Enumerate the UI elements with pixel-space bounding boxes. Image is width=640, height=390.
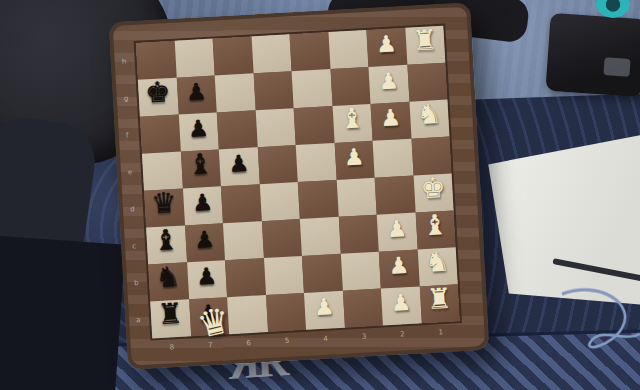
square-d8: ♛ xyxy=(144,189,185,228)
square-h2: ♟ xyxy=(366,28,407,67)
square-f4 xyxy=(294,106,335,145)
white-pawn-piece: ♟ xyxy=(376,32,398,56)
file-label-c: c xyxy=(131,228,137,265)
square-e3: ♟ xyxy=(334,141,375,180)
white-rook-piece: ♜ xyxy=(411,26,438,55)
square-b3 xyxy=(340,252,381,291)
black-pawn-piece: ♟ xyxy=(196,265,218,289)
square-d4 xyxy=(298,180,339,219)
square-b2: ♟ xyxy=(379,249,420,288)
square-g7: ♟ xyxy=(176,76,217,115)
square-f2: ♟ xyxy=(371,102,412,141)
square-g8: ♚ xyxy=(138,78,179,117)
rank-label-2: 2 xyxy=(383,329,421,339)
rank-label-4: 4 xyxy=(306,334,344,344)
file-label-a: a xyxy=(135,302,141,339)
square-a2: ♟ xyxy=(381,286,422,325)
square-d5 xyxy=(259,182,300,221)
rank-label-6: 6 xyxy=(229,338,267,348)
square-b1: ♞ xyxy=(417,247,458,286)
black-pawn-piece: ♟ xyxy=(187,117,209,141)
square-b8: ♞ xyxy=(148,262,189,301)
white-pawn-piece: ♟ xyxy=(386,217,408,241)
square-a4: ♟ xyxy=(304,291,345,330)
black-pawn-piece: ♟ xyxy=(228,152,250,176)
square-h1: ♜ xyxy=(405,26,446,65)
black-pawn-piece: ♟ xyxy=(185,80,207,104)
square-d6 xyxy=(221,184,262,223)
dark-floor-shadow xyxy=(0,236,125,390)
square-e1 xyxy=(411,137,452,176)
white-bishop-piece: ♝ xyxy=(339,104,366,133)
square-b4 xyxy=(302,254,343,293)
square-c2: ♟ xyxy=(377,213,418,252)
square-d3 xyxy=(336,178,377,217)
square-f5 xyxy=(255,108,296,147)
square-g2: ♟ xyxy=(368,65,409,104)
chess-clock-button xyxy=(603,57,630,77)
square-a6 xyxy=(227,295,268,334)
square-g3 xyxy=(330,67,371,106)
white-king-piece: ♚ xyxy=(420,173,447,202)
rank-label-5: 5 xyxy=(268,336,306,346)
white-pawn-piece: ♟ xyxy=(313,295,335,319)
square-f1: ♞ xyxy=(409,100,450,139)
black-king-piece: ♚ xyxy=(144,78,171,107)
black-knight-piece: ♞ xyxy=(155,262,182,291)
square-c6 xyxy=(223,221,264,260)
white-rook-piece: ♜ xyxy=(426,284,453,313)
file-label-f: f xyxy=(125,117,130,154)
square-b5 xyxy=(263,256,304,295)
square-d7: ♟ xyxy=(182,186,223,225)
square-e4 xyxy=(296,143,337,182)
black-rook-piece: ♜ xyxy=(157,299,184,328)
square-h8 xyxy=(136,41,177,80)
black-queen-piece: ♛ xyxy=(151,188,178,217)
square-g1 xyxy=(407,63,448,102)
blue-wire xyxy=(556,282,640,362)
white-pawn-piece: ♟ xyxy=(380,106,402,130)
black-bishop-piece: ♝ xyxy=(153,225,180,254)
white-knight-piece: ♞ xyxy=(424,247,451,276)
white-pawn-piece: ♟ xyxy=(343,145,365,169)
square-a8: ♜ xyxy=(150,299,191,338)
square-h3 xyxy=(328,30,369,69)
square-h5 xyxy=(251,34,292,73)
square-f6 xyxy=(217,110,258,149)
square-a1: ♜ xyxy=(419,284,460,323)
file-label-g: g xyxy=(123,80,130,117)
square-c5 xyxy=(261,219,302,258)
square-f7: ♟ xyxy=(178,112,219,151)
white-pawn-piece: ♟ xyxy=(388,254,410,278)
rank-label-8: 8 xyxy=(153,342,191,352)
square-g4 xyxy=(292,69,333,108)
file-label-d: d xyxy=(129,191,136,228)
square-a3 xyxy=(342,289,383,328)
square-c7: ♟ xyxy=(185,223,226,262)
square-e2 xyxy=(373,139,414,178)
white-knight-piece: ♞ xyxy=(416,99,443,128)
board-grid: ♟♜♚♟♟♟♝♟♞♝♟♟♛♟♚♝♟♟♝♞♟♟♞♜♟♟♟♜ xyxy=(136,26,460,339)
file-label-e: e xyxy=(127,154,133,191)
black-pawn-piece: ♟ xyxy=(192,191,214,215)
white-pawn-piece: ♟ xyxy=(390,291,412,315)
square-c3 xyxy=(338,215,379,254)
square-h4 xyxy=(290,32,331,71)
square-c1: ♝ xyxy=(415,210,456,249)
square-g6 xyxy=(215,73,256,112)
chess-board: ♟♜♚♟♟♟♝♟♞♝♟♟♛♟♚♝♟♟♝♞♟♟♞♜♟♟♟♜ 87654321 hg… xyxy=(109,2,490,370)
square-f3: ♝ xyxy=(332,104,373,143)
rank-label-3: 3 xyxy=(345,332,383,342)
black-bishop-piece: ♝ xyxy=(187,149,214,178)
white-bishop-piece: ♝ xyxy=(422,210,449,239)
square-d2 xyxy=(375,176,416,215)
square-h6 xyxy=(213,36,254,75)
rank-label-1: 1 xyxy=(422,327,460,337)
square-e7: ♝ xyxy=(180,149,221,188)
file-label-b: b xyxy=(133,265,140,302)
square-e5 xyxy=(257,145,298,184)
square-d1: ♚ xyxy=(413,173,454,212)
square-b7: ♟ xyxy=(187,260,228,299)
square-f8 xyxy=(140,115,181,154)
square-b6 xyxy=(225,258,266,297)
square-e8 xyxy=(142,152,183,191)
square-h7 xyxy=(174,39,215,78)
square-a5 xyxy=(266,293,307,332)
square-e6: ♟ xyxy=(219,147,260,186)
square-c8: ♝ xyxy=(146,225,187,264)
chess-clock xyxy=(545,13,640,98)
file-label-h: h xyxy=(121,43,127,80)
white-pawn-piece: ♟ xyxy=(378,69,400,93)
square-c4 xyxy=(300,217,341,256)
square-g5 xyxy=(253,71,294,110)
black-pawn-piece: ♟ xyxy=(194,228,216,252)
